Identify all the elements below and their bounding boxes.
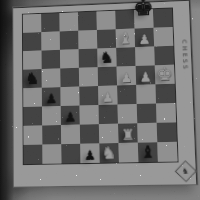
white-knight[interactable]: ♞ (99, 143, 119, 163)
board-square[interactable] (42, 144, 61, 164)
board-square[interactable] (97, 29, 116, 48)
board-square[interactable] (98, 104, 118, 124)
board-square[interactable] (116, 47, 135, 66)
board-square[interactable] (60, 87, 79, 106)
board-square[interactable] (78, 12, 97, 31)
logo-knight-icon: ♞ (182, 167, 190, 175)
white-rook[interactable]: ♜ (118, 123, 138, 143)
board-square[interactable] (156, 103, 176, 123)
board-grid: ♚♝♟♞♞♟♟♚♟♟♟♜♟♞♝ (23, 8, 178, 164)
board-square[interactable] (79, 105, 98, 125)
board-square[interactable] (115, 10, 134, 29)
black-knight[interactable]: ♞ (97, 48, 116, 67)
white-pawn[interactable]: ♟ (136, 65, 156, 85)
white-bishop[interactable]: ♝ (116, 28, 135, 47)
board-square[interactable] (157, 142, 177, 162)
board-square[interactable] (41, 31, 60, 50)
board-square[interactable] (118, 143, 138, 163)
board-square[interactable] (137, 123, 157, 143)
board-square[interactable] (23, 32, 41, 51)
board-square[interactable] (23, 50, 42, 69)
white-pawn[interactable]: ♟ (98, 85, 117, 105)
board-square[interactable] (23, 88, 42, 107)
board-square[interactable] (42, 68, 61, 87)
black-pawn[interactable]: ♟ (42, 87, 61, 106)
black-king[interactable]: ♚ (134, 9, 154, 28)
board-square[interactable] (155, 84, 175, 104)
board-square[interactable] (42, 106, 61, 125)
black-pawn[interactable]: ♟ (80, 143, 100, 163)
board-brand-text: CHESS (181, 39, 189, 71)
black-knight[interactable]: ♞ (23, 69, 42, 88)
white-king[interactable]: ♚ (155, 65, 175, 85)
board-square[interactable] (60, 68, 79, 87)
board-square[interactable] (136, 84, 156, 104)
board-square[interactable] (157, 122, 177, 142)
board-square[interactable] (24, 145, 43, 165)
board-square[interactable] (153, 8, 173, 27)
board-square[interactable] (41, 13, 60, 32)
board-square[interactable] (80, 124, 99, 144)
diamond-logo: ♞ (175, 160, 197, 182)
board-square[interactable] (23, 125, 42, 144)
board-square[interactable] (99, 124, 119, 144)
black-pawn[interactable]: ♟ (61, 105, 80, 125)
photo-frame: ♚♝♟♞♞♟♟♚♟♟♟♜♟♞♝ CHESS ♞ (0, 0, 200, 200)
board-square[interactable] (41, 50, 60, 69)
board-square[interactable] (98, 67, 117, 86)
board-square[interactable] (60, 31, 79, 50)
photo-background: ♚♝♟♞♞♟♟♚♟♟♟♜♟♞♝ CHESS ♞ (0, 0, 200, 200)
black-bishop[interactable]: ♝ (138, 142, 158, 162)
board-square[interactable] (60, 49, 79, 68)
board-square[interactable] (135, 46, 155, 65)
chess-board: ♚♝♟♞♞♟♟♚♟♟♟♜♟♞♝ CHESS ♞ (12, 0, 198, 188)
white-pawn[interactable]: ♟ (117, 66, 137, 86)
board-square[interactable] (61, 144, 80, 164)
board-square[interactable] (79, 48, 98, 67)
white-pawn[interactable]: ♟ (135, 28, 155, 47)
board-square[interactable] (117, 85, 137, 105)
board-square[interactable] (79, 67, 98, 86)
board-square[interactable] (78, 30, 97, 49)
board-square[interactable] (118, 104, 138, 124)
board-square[interactable] (23, 14, 41, 33)
board-square[interactable] (59, 12, 78, 31)
board-square[interactable] (42, 125, 61, 145)
board-square[interactable] (23, 106, 42, 125)
board-square[interactable] (61, 125, 80, 145)
board-square[interactable] (79, 86, 98, 105)
board-square[interactable] (154, 27, 174, 46)
board-square[interactable] (137, 103, 157, 123)
board-square[interactable] (96, 11, 115, 30)
